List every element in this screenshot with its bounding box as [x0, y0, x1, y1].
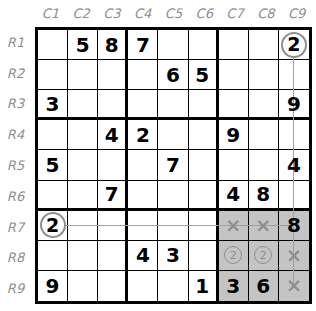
- column-label-c8: C8: [250, 0, 281, 26]
- cell-R6C5[interactable]: [158, 181, 188, 211]
- cell-R4C2[interactable]: [68, 120, 98, 150]
- cell-R9C2[interactable]: [68, 271, 98, 301]
- column-labels: C1C2C3C4C5C6C7C8C9: [35, 0, 312, 26]
- given-digit: 6: [166, 65, 180, 85]
- cell-R5C2[interactable]: [68, 150, 98, 180]
- cell-R5C3[interactable]: [98, 150, 128, 180]
- cell-R9C3[interactable]: [98, 271, 128, 301]
- row-label-r3: R3: [0, 89, 35, 120]
- cell-R7C9[interactable]: 8: [279, 211, 309, 241]
- cell-R6C2[interactable]: [68, 181, 98, 211]
- row-labels: R1R2R3R4R5R6R7R8R9: [0, 27, 35, 304]
- cell-R2C7[interactable]: [219, 60, 249, 90]
- cell-R2C6[interactable]: 5: [189, 60, 219, 90]
- cell-R3C2[interactable]: [68, 90, 98, 120]
- cell-R6C1[interactable]: [38, 181, 68, 211]
- cell-R2C2[interactable]: [68, 60, 98, 90]
- cell-R3C5[interactable]: [158, 90, 188, 120]
- cell-R6C7[interactable]: 4: [219, 181, 249, 211]
- cell-R7C4[interactable]: [128, 211, 158, 241]
- cell-R3C3[interactable]: [98, 90, 128, 120]
- cell-R3C7[interactable]: [219, 90, 249, 120]
- cell-R8C8[interactable]: 2: [249, 241, 279, 271]
- given-digit: 9: [226, 125, 240, 145]
- given-digit: 9: [46, 276, 60, 296]
- cell-R2C1[interactable]: [38, 60, 68, 90]
- given-digit: 7: [166, 155, 180, 175]
- given-digit: 4: [287, 155, 301, 175]
- cell-R8C1[interactable]: [38, 241, 68, 271]
- cell-R5C1[interactable]: 5: [38, 150, 68, 180]
- cell-R9C4[interactable]: [128, 271, 158, 301]
- cell-R4C1[interactable]: [38, 120, 68, 150]
- sudoku-technique-diagram: C1C2C3C4C5C6C7C8C9 R1R2R3R4R5R6R7R8R9 58…: [0, 0, 316, 311]
- cell-R5C5[interactable]: 7: [158, 150, 188, 180]
- column-label-c4: C4: [127, 0, 158, 26]
- elimination-x-icon: ×: [286, 276, 302, 295]
- given-digit: 4: [136, 245, 150, 265]
- cell-R3C4[interactable]: [128, 90, 158, 120]
- given-digit: 1: [195, 276, 209, 296]
- cell-R5C6[interactable]: [189, 150, 219, 180]
- column-label-c3: C3: [97, 0, 128, 26]
- cell-R8C7[interactable]: 2: [219, 241, 249, 271]
- cell-R9C1[interactable]: 9: [38, 271, 68, 301]
- cell-R7C3[interactable]: [98, 211, 128, 241]
- cell-R2C3[interactable]: [98, 60, 128, 90]
- cell-R4C4[interactable]: 2: [128, 120, 158, 150]
- cell-R5C4[interactable]: [128, 150, 158, 180]
- cell-R2C5[interactable]: 6: [158, 60, 188, 90]
- given-digit: 3: [46, 94, 60, 114]
- cell-R8C4[interactable]: 4: [128, 241, 158, 271]
- cell-R4C8[interactable]: [249, 120, 279, 150]
- column-label-c7: C7: [220, 0, 251, 26]
- cell-R6C6[interactable]: [189, 181, 219, 211]
- given-digit: 4: [105, 125, 119, 145]
- cell-R7C2[interactable]: [68, 211, 98, 241]
- given-digit: 3: [166, 245, 180, 265]
- row-label-r6: R6: [0, 181, 35, 212]
- cell-R8C6[interactable]: [189, 241, 219, 271]
- cell-R3C9[interactable]: 9: [279, 90, 309, 120]
- given-digit: 8: [256, 184, 270, 204]
- cell-R9C8[interactable]: 6: [249, 271, 279, 301]
- elimination-x-icon: ×: [225, 216, 241, 235]
- given-digit: 9: [287, 94, 301, 114]
- row-label-r2: R2: [0, 58, 35, 89]
- cell-R7C8[interactable]: ×: [249, 211, 279, 241]
- cell-R6C8[interactable]: 8: [249, 181, 279, 211]
- candidate-circled-digit: 2: [224, 246, 242, 264]
- circled-given: 2: [40, 212, 66, 238]
- elimination-x-icon: ×: [286, 246, 302, 265]
- given-digit: 8: [287, 215, 301, 235]
- cell-R9C9[interactable]: ×: [279, 271, 309, 301]
- cell-R5C7[interactable]: [219, 150, 249, 180]
- cell-R4C9[interactable]: [279, 120, 309, 150]
- column-label-c2: C2: [66, 0, 97, 26]
- cell-R4C6[interactable]: [189, 120, 219, 150]
- cell-R5C8[interactable]: [249, 150, 279, 180]
- elimination-x-icon: ×: [255, 216, 271, 235]
- cell-R9C7[interactable]: 3: [219, 271, 249, 301]
- column-label-c1: C1: [35, 0, 66, 26]
- cell-R2C8[interactable]: [249, 60, 279, 90]
- row-label-r8: R8: [0, 242, 35, 273]
- given-digit: 5: [76, 35, 90, 55]
- given-digit: 2: [46, 216, 59, 235]
- cell-R4C7[interactable]: 9: [219, 120, 249, 150]
- cell-R2C4[interactable]: [128, 60, 158, 90]
- column-label-c6: C6: [189, 0, 220, 26]
- cell-R1C3[interactable]: 8: [98, 30, 128, 60]
- cell-R7C1[interactable]: 2: [38, 211, 68, 241]
- cell-R6C3[interactable]: 7: [98, 181, 128, 211]
- cell-R8C5[interactable]: 3: [158, 241, 188, 271]
- cell-R1C9[interactable]: 2: [279, 30, 309, 60]
- given-digit: 4: [226, 184, 240, 204]
- given-digit: 2: [136, 125, 150, 145]
- cell-R1C4[interactable]: 7: [128, 30, 158, 60]
- cell-R4C5[interactable]: [158, 120, 188, 150]
- cell-R1C1[interactable]: [38, 30, 68, 60]
- row-label-r4: R4: [0, 119, 35, 150]
- given-digit: 3: [226, 276, 240, 296]
- cell-R7C6[interactable]: [189, 211, 219, 241]
- cell-R8C2[interactable]: [68, 241, 98, 271]
- candidate-circled-digit: 2: [254, 246, 272, 264]
- row-label-r7: R7: [0, 212, 35, 243]
- cell-R1C7[interactable]: [219, 30, 249, 60]
- circled-given: 2: [281, 32, 307, 58]
- given-digit: 5: [195, 65, 209, 85]
- cell-R3C1[interactable]: 3: [38, 90, 68, 120]
- given-digit: 8: [105, 35, 119, 55]
- cell-R6C4[interactable]: [128, 181, 158, 211]
- cell-R9C5[interactable]: [158, 271, 188, 301]
- column-label-c5: C5: [158, 0, 189, 26]
- cell-R1C5[interactable]: [158, 30, 188, 60]
- given-digit: 5: [46, 155, 60, 175]
- cell-R8C3[interactable]: [98, 241, 128, 271]
- cell-R1C2[interactable]: 5: [68, 30, 98, 60]
- row-label-r5: R5: [0, 150, 35, 181]
- cell-R5C9[interactable]: 4: [279, 150, 309, 180]
- cell-R4C3[interactable]: 4: [98, 120, 128, 150]
- given-digit: 7: [136, 35, 150, 55]
- cell-R6C9[interactable]: [279, 181, 309, 211]
- cell-R9C6[interactable]: 1: [189, 271, 219, 301]
- sudoku-board: 587265394295747482××84322×9136×: [35, 27, 312, 304]
- given-digit: 6: [256, 276, 270, 296]
- row-label-r9: R9: [0, 273, 35, 304]
- given-digit: 7: [105, 184, 119, 204]
- cell-R3C6[interactable]: [189, 90, 219, 120]
- cell-R7C7[interactable]: ×: [219, 211, 249, 241]
- cell-R7C5[interactable]: [158, 211, 188, 241]
- cell-R1C6[interactable]: [189, 30, 219, 60]
- cell-R3C8[interactable]: [249, 90, 279, 120]
- cell-R2C9[interactable]: [279, 60, 309, 90]
- column-label-c9: C9: [281, 0, 312, 26]
- given-digit: 2: [287, 35, 300, 54]
- cell-R8C9[interactable]: ×: [279, 241, 309, 271]
- cell-R1C8[interactable]: [249, 30, 279, 60]
- row-label-r1: R1: [0, 27, 35, 58]
